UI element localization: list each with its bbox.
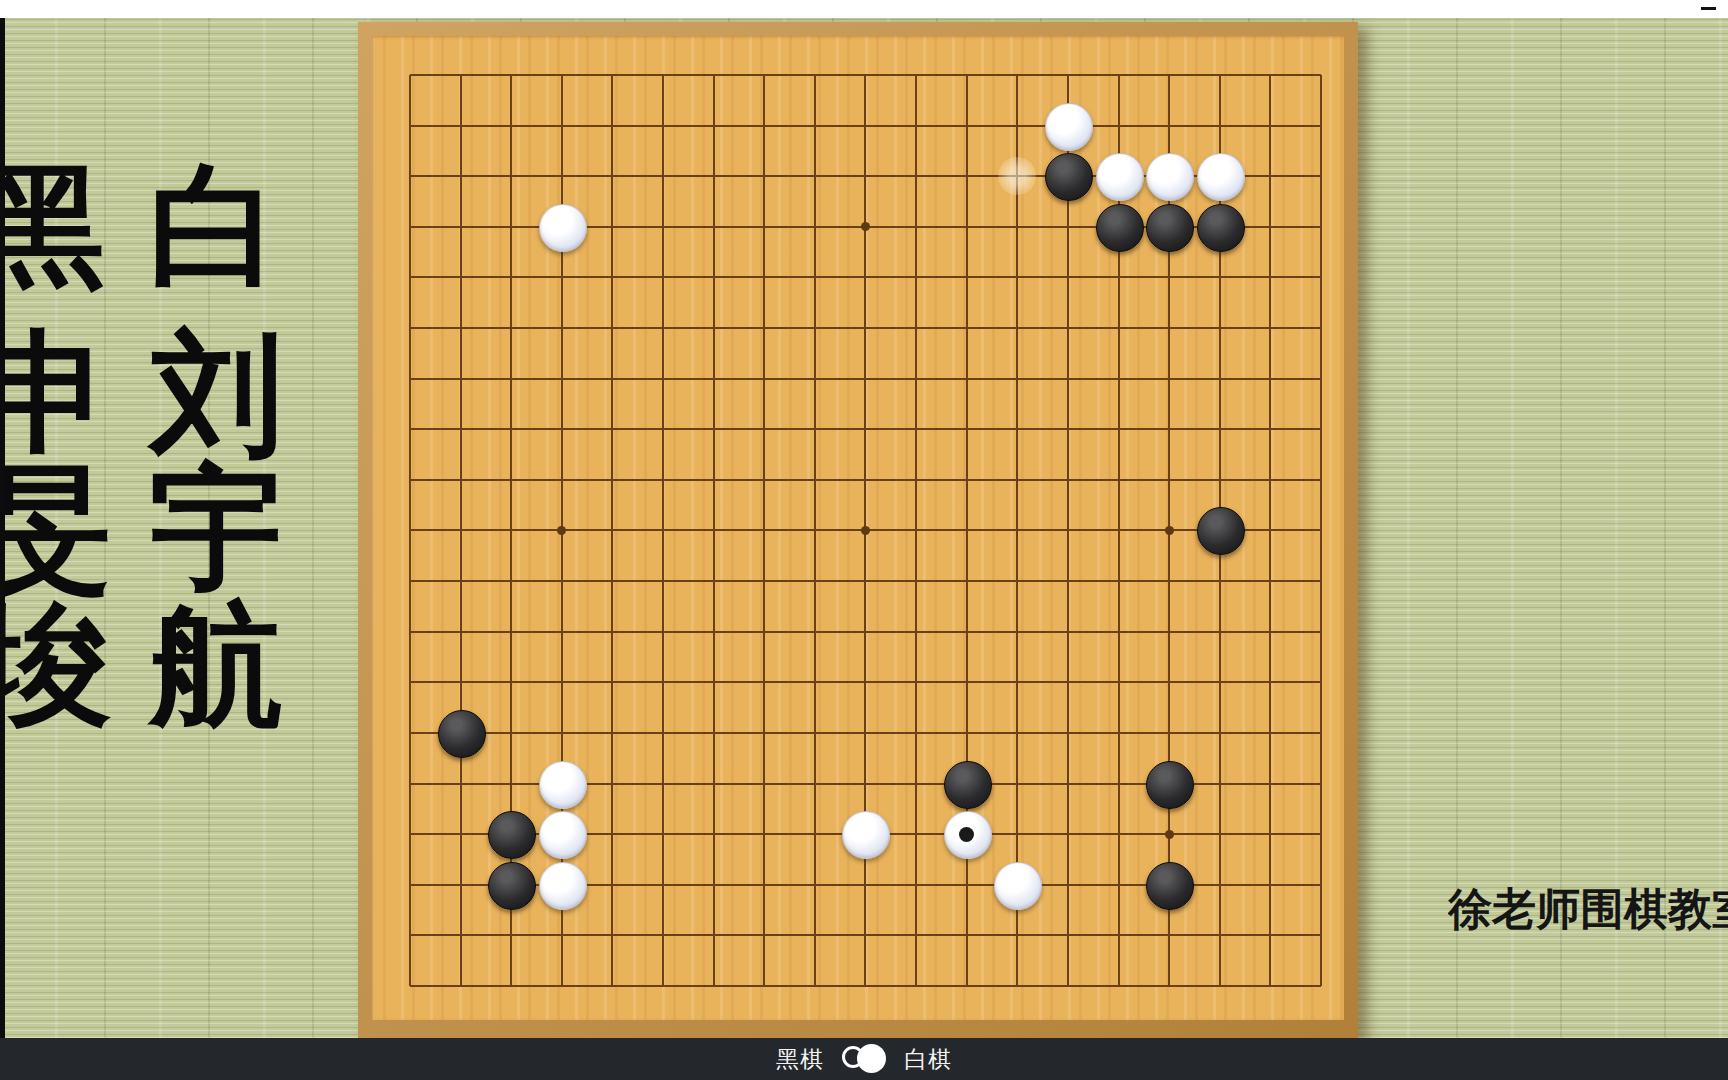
black-stone[interactable] (1146, 761, 1194, 809)
star-point (1165, 830, 1174, 839)
white-stone[interactable] (1096, 153, 1144, 201)
black-stone[interactable] (1197, 204, 1245, 252)
white-stone[interactable] (842, 811, 890, 859)
left-edge-bar (0, 18, 5, 1038)
grid-line-horizontal (410, 631, 1321, 633)
last-move-marker (959, 827, 974, 842)
white-side-label: 白棋 (904, 1044, 952, 1075)
black-stone[interactable] (1096, 204, 1144, 252)
black-stone[interactable] (488, 811, 536, 859)
toggle-knob-icon (857, 1044, 886, 1073)
footer-bar: 黑棋 白棋 (0, 1038, 1728, 1080)
black-stone[interactable] (1045, 153, 1093, 201)
side-toggle[interactable] (842, 1044, 886, 1074)
black-stone[interactable] (1197, 507, 1245, 555)
white-stone[interactable] (1146, 153, 1194, 201)
white-stone[interactable] (1197, 153, 1245, 201)
minimize-button[interactable] (1701, 7, 1716, 10)
white-stone[interactable] (539, 204, 587, 252)
ghost-stone-hint (998, 157, 1036, 195)
classroom-watermark: 徐老师围棋教室 (1448, 880, 1728, 939)
grid-line-horizontal (410, 985, 1321, 987)
grid-line-horizontal (410, 934, 1321, 936)
grid-line-vertical (1016, 75, 1018, 986)
black-stone[interactable] (438, 710, 486, 758)
black-stone[interactable] (944, 761, 992, 809)
grid-line-horizontal (410, 732, 1321, 734)
grid-line-vertical (1269, 75, 1271, 986)
black-stone[interactable] (1146, 862, 1194, 910)
title-bar (0, 0, 1728, 18)
star-point (861, 526, 870, 535)
star-point (1165, 526, 1174, 535)
grid-line-horizontal (410, 681, 1321, 683)
white-stone[interactable] (539, 761, 587, 809)
grid-line-horizontal (410, 580, 1321, 582)
star-point (557, 526, 566, 535)
white-stone[interactable] (994, 862, 1042, 910)
black-side-label: 黑棋 (776, 1044, 824, 1075)
black-stone[interactable] (1146, 204, 1194, 252)
white-stone[interactable] (1045, 103, 1093, 151)
star-point (861, 222, 870, 231)
black-stone[interactable] (488, 862, 536, 910)
grid-line-vertical (1320, 75, 1322, 986)
grid-line-vertical (915, 75, 917, 986)
grid-line-vertical (1067, 75, 1069, 986)
white-stone[interactable] (539, 811, 587, 859)
white-stone[interactable] (539, 862, 587, 910)
